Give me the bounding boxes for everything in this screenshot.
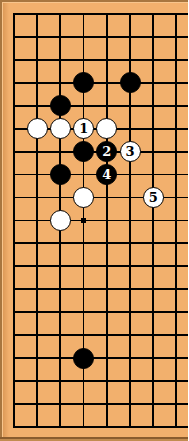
black-stone-D4 [73,348,94,369]
intersection-D13 [72,140,95,163]
white-stone-E14 [96,118,117,139]
white-stone-C10 [50,210,71,231]
black-stone-E12-move-4: 4 [96,164,117,185]
white-stone-F13-move-3: 3 [120,141,141,162]
black-stone-E13-move-2: 2 [96,141,117,162]
star-point-marker [81,218,86,223]
go-board: 12345 [0,0,188,441]
intersection-B14 [26,117,49,140]
intersection-E12: 4 [95,163,118,186]
intersection-C15 [49,94,72,117]
star-point-D10 [72,209,95,232]
intersection-F13: 3 [118,140,141,163]
intersection-C12 [49,163,72,186]
black-stone-D13 [73,141,94,162]
board-frame-left-edge [0,0,2,441]
board-frame-top-edge [0,0,188,2]
board-grid: 12345 [3,3,189,439]
intersection-D11 [72,186,95,209]
black-stone-F16 [120,72,141,93]
white-stone-D14-move-1: 1 [73,118,94,139]
black-stone-C15 [50,95,71,116]
black-stone-C12 [50,164,71,185]
intersection-F16 [118,72,141,95]
intersection-G11: 5 [142,186,165,209]
intersection-D14: 1 [72,117,95,140]
black-stone-D16 [73,72,94,93]
white-stone-C14 [50,118,71,139]
white-stone-D11 [73,187,94,208]
intersection-D16 [72,72,95,95]
white-stone-B14 [27,118,48,139]
intersection-D4 [72,347,95,370]
intersection-E13: 2 [95,140,118,163]
intersection-C14 [49,117,72,140]
intersection-E14 [95,117,118,140]
intersection-C10 [49,209,72,232]
white-stone-G11-move-5: 5 [143,187,164,208]
